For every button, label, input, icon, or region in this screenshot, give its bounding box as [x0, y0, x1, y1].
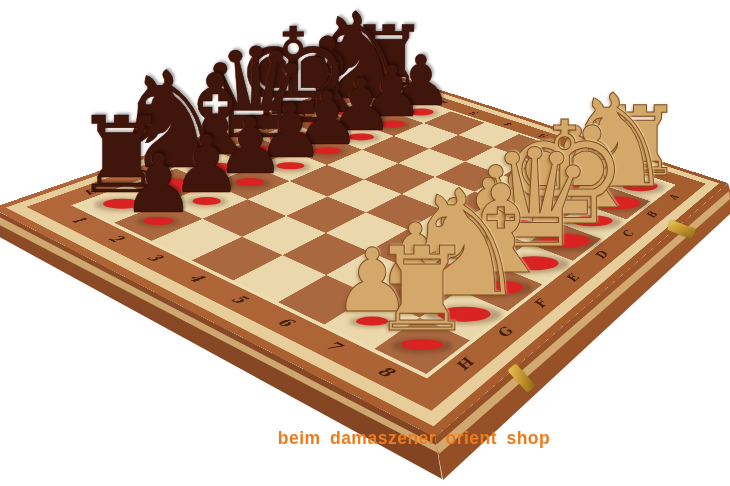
piece-felt-base — [594, 196, 640, 209]
piece-felt-base — [356, 317, 388, 326]
piece-felt-base — [277, 162, 304, 170]
piece-felt-base — [437, 307, 490, 322]
caption: beim damaszener orient shop — [278, 428, 551, 449]
piece-felt-base — [506, 220, 534, 228]
piece-felt-base — [623, 181, 658, 191]
piece-felt-base — [535, 202, 563, 210]
piece-felt-base — [474, 241, 503, 249]
chess-set-photo: 11HH22GG33FF44EE55DD66CC77BB88AA ♜♟♞♟♝♟♚… — [0, 0, 730, 486]
chess-board: 11HH22GG33FF44EE55DD66CC77BB88AA — [0, 72, 728, 437]
piece-felt-base — [338, 106, 381, 118]
piece-felt-base — [192, 197, 221, 205]
piece-felt-base — [236, 179, 264, 187]
piece-felt-base — [400, 289, 431, 298]
piece-felt-base — [379, 120, 405, 127]
piece-felt-base — [510, 256, 559, 270]
piece-felt-base — [401, 339, 443, 351]
piece-felt-base — [103, 198, 141, 209]
piece-felt-base — [373, 96, 405, 105]
piece-felt-base — [408, 108, 433, 115]
